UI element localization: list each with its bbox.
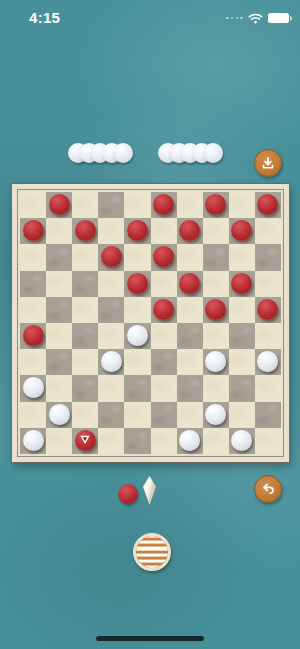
board-square[interactable] bbox=[203, 349, 229, 375]
board-grid bbox=[20, 192, 281, 454]
red-piece[interactable] bbox=[231, 273, 252, 294]
board-square[interactable] bbox=[203, 244, 229, 270]
board-square[interactable] bbox=[124, 297, 150, 323]
board-square[interactable] bbox=[46, 297, 72, 323]
board-square[interactable] bbox=[229, 349, 255, 375]
board-square[interactable] bbox=[72, 271, 98, 297]
board-square[interactable] bbox=[229, 271, 255, 297]
board-square[interactable] bbox=[255, 192, 281, 218]
board-square[interactable] bbox=[72, 297, 98, 323]
board-square[interactable] bbox=[229, 428, 255, 454]
board-square[interactable] bbox=[124, 428, 150, 454]
board-square[interactable] bbox=[255, 349, 281, 375]
red-piece[interactable] bbox=[153, 299, 174, 320]
board-square[interactable] bbox=[177, 323, 203, 349]
board-square[interactable] bbox=[177, 402, 203, 428]
red-piece[interactable] bbox=[153, 246, 174, 267]
board-square[interactable] bbox=[124, 244, 150, 270]
board-square[interactable] bbox=[203, 192, 229, 218]
board-square[interactable] bbox=[255, 271, 281, 297]
board-square[interactable] bbox=[20, 218, 46, 244]
board-square[interactable] bbox=[46, 271, 72, 297]
red-piece[interactable] bbox=[75, 220, 96, 241]
board-square[interactable] bbox=[46, 218, 72, 244]
board-square[interactable] bbox=[98, 218, 124, 244]
board-square[interactable] bbox=[151, 192, 177, 218]
board-square[interactable] bbox=[255, 323, 281, 349]
red-piece[interactable] bbox=[205, 299, 226, 320]
board-square[interactable] bbox=[46, 375, 72, 401]
board-square[interactable] bbox=[46, 349, 72, 375]
red-piece[interactable] bbox=[127, 220, 148, 241]
board-square[interactable] bbox=[20, 375, 46, 401]
board-square[interactable] bbox=[229, 402, 255, 428]
board-square[interactable] bbox=[177, 428, 203, 454]
battery-icon bbox=[268, 13, 289, 24]
cellular-signal-icon bbox=[226, 17, 243, 20]
board-square[interactable] bbox=[98, 428, 124, 454]
red-piece[interactable] bbox=[257, 194, 278, 215]
board-square[interactable] bbox=[72, 323, 98, 349]
board-square[interactable] bbox=[229, 323, 255, 349]
board-square[interactable] bbox=[151, 297, 177, 323]
board-square[interactable] bbox=[46, 323, 72, 349]
board-square[interactable] bbox=[151, 244, 177, 270]
board-square[interactable] bbox=[20, 349, 46, 375]
board-square[interactable] bbox=[98, 244, 124, 270]
board-square[interactable] bbox=[98, 271, 124, 297]
white-piece[interactable] bbox=[257, 351, 278, 372]
white-piece[interactable] bbox=[231, 430, 252, 451]
captured-red-piece bbox=[118, 484, 138, 504]
app-screen: 4:15 bbox=[0, 0, 300, 649]
board-square[interactable] bbox=[229, 297, 255, 323]
board-square[interactable] bbox=[46, 402, 72, 428]
board-square[interactable] bbox=[124, 192, 150, 218]
board-square[interactable] bbox=[124, 218, 150, 244]
board-square[interactable] bbox=[151, 218, 177, 244]
board-square[interactable] bbox=[20, 297, 46, 323]
board-square[interactable] bbox=[124, 402, 150, 428]
turn-indicator bbox=[143, 476, 156, 505]
board-square[interactable] bbox=[229, 375, 255, 401]
board-square[interactable] bbox=[151, 428, 177, 454]
board-square[interactable] bbox=[46, 244, 72, 270]
red-piece[interactable] bbox=[231, 220, 252, 241]
board-square[interactable] bbox=[72, 428, 98, 454]
white-piece[interactable] bbox=[179, 430, 200, 451]
board-square[interactable] bbox=[72, 402, 98, 428]
board-square[interactable] bbox=[20, 402, 46, 428]
captured-white-piece bbox=[113, 143, 133, 163]
white-piece[interactable] bbox=[205, 404, 226, 425]
white-piece[interactable] bbox=[23, 377, 44, 398]
save-game-button[interactable] bbox=[254, 149, 282, 177]
board-square[interactable] bbox=[98, 323, 124, 349]
menu-button[interactable] bbox=[133, 533, 171, 571]
board-square[interactable] bbox=[124, 375, 150, 401]
undo-icon bbox=[260, 481, 276, 497]
red-piece[interactable] bbox=[127, 273, 148, 294]
wifi-icon bbox=[248, 13, 263, 24]
board-square[interactable] bbox=[177, 271, 203, 297]
download-icon bbox=[260, 155, 276, 171]
board-square[interactable] bbox=[203, 428, 229, 454]
red-piece[interactable] bbox=[153, 194, 174, 215]
board-square[interactable] bbox=[203, 297, 229, 323]
board-square[interactable] bbox=[46, 192, 72, 218]
board-square[interactable] bbox=[229, 218, 255, 244]
red-piece[interactable] bbox=[23, 220, 44, 241]
board-square[interactable] bbox=[177, 375, 203, 401]
status-time: 4:15 bbox=[29, 9, 60, 26]
board-square[interactable] bbox=[98, 192, 124, 218]
board-square[interactable] bbox=[255, 297, 281, 323]
board-square[interactable] bbox=[98, 402, 124, 428]
red-piece[interactable] bbox=[205, 194, 226, 215]
board-square[interactable] bbox=[203, 218, 229, 244]
board-square[interactable] bbox=[20, 244, 46, 270]
menu-stripes-icon bbox=[136, 536, 168, 568]
status-icons bbox=[226, 12, 289, 24]
board-square[interactable] bbox=[203, 402, 229, 428]
red-piece[interactable] bbox=[101, 246, 122, 267]
board-square[interactable] bbox=[20, 192, 46, 218]
board-square[interactable] bbox=[255, 244, 281, 270]
board-square[interactable] bbox=[20, 323, 46, 349]
board-square[interactable] bbox=[151, 271, 177, 297]
red-piece[interactable] bbox=[75, 430, 96, 451]
board-square[interactable] bbox=[255, 402, 281, 428]
board-square[interactable] bbox=[255, 375, 281, 401]
white-piece[interactable] bbox=[205, 351, 226, 372]
board-square[interactable] bbox=[255, 218, 281, 244]
last-move-marker-icon bbox=[79, 435, 91, 446]
captured-white-piece bbox=[203, 143, 223, 163]
board-square[interactable] bbox=[20, 428, 46, 454]
white-piece[interactable] bbox=[49, 404, 70, 425]
board-square[interactable] bbox=[203, 375, 229, 401]
board-square[interactable] bbox=[151, 349, 177, 375]
red-piece[interactable] bbox=[179, 273, 200, 294]
board-square[interactable] bbox=[177, 349, 203, 375]
board-square[interactable] bbox=[46, 428, 72, 454]
board-square[interactable] bbox=[177, 218, 203, 244]
captured-white-group-2 bbox=[158, 143, 223, 163]
board-square[interactable] bbox=[177, 297, 203, 323]
board-square[interactable] bbox=[177, 192, 203, 218]
board-square[interactable] bbox=[72, 218, 98, 244]
board-square[interactable] bbox=[98, 375, 124, 401]
board-square[interactable] bbox=[229, 192, 255, 218]
board-square[interactable] bbox=[124, 349, 150, 375]
board-square[interactable] bbox=[124, 323, 150, 349]
board-square[interactable] bbox=[151, 375, 177, 401]
red-piece[interactable] bbox=[179, 220, 200, 241]
board-square[interactable] bbox=[124, 271, 150, 297]
board-square[interactable] bbox=[203, 271, 229, 297]
white-piece[interactable] bbox=[101, 351, 122, 372]
red-piece[interactable] bbox=[257, 299, 278, 320]
home-indicator[interactable] bbox=[96, 636, 204, 641]
board-square[interactable] bbox=[98, 297, 124, 323]
board-square[interactable] bbox=[72, 244, 98, 270]
white-piece[interactable] bbox=[23, 430, 44, 451]
captured-white-group-1 bbox=[68, 143, 133, 163]
undo-button[interactable] bbox=[254, 475, 282, 503]
board-square[interactable] bbox=[151, 402, 177, 428]
white-piece[interactable] bbox=[127, 325, 148, 346]
board-square[interactable] bbox=[229, 244, 255, 270]
board-square[interactable] bbox=[255, 428, 281, 454]
red-piece[interactable] bbox=[23, 325, 44, 346]
board-square[interactable] bbox=[72, 349, 98, 375]
board-square[interactable] bbox=[98, 349, 124, 375]
board-square[interactable] bbox=[20, 271, 46, 297]
board-square[interactable] bbox=[151, 323, 177, 349]
board-square[interactable] bbox=[72, 375, 98, 401]
red-piece[interactable] bbox=[49, 194, 70, 215]
board-square[interactable] bbox=[203, 323, 229, 349]
checkers-board bbox=[12, 184, 289, 462]
board-square[interactable] bbox=[72, 192, 98, 218]
board-square[interactable] bbox=[177, 244, 203, 270]
